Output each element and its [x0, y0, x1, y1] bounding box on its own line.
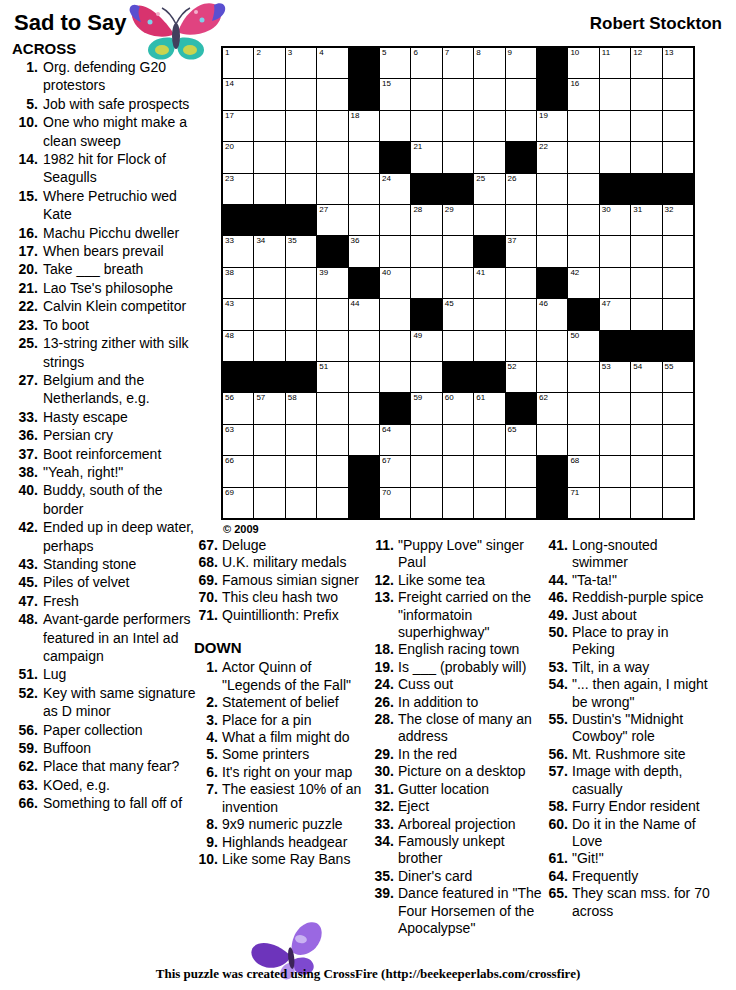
grid-cell[interactable]: 3: [286, 48, 316, 78]
cell-number: 65: [508, 425, 517, 435]
grid-cell[interactable]: [380, 362, 410, 392]
across-clue-item: 33.Hasty escape: [8, 408, 196, 426]
cell-number: 9: [508, 48, 512, 58]
grid-cell[interactable]: 30: [600, 205, 630, 235]
grid-cell[interactable]: 37: [506, 236, 536, 266]
grid-cell[interactable]: 61: [474, 393, 504, 423]
grid-cell[interactable]: [443, 456, 473, 486]
grid-cell[interactable]: [663, 79, 693, 109]
grid-cell[interactable]: [317, 331, 347, 361]
grid-cell[interactable]: [443, 331, 473, 361]
grid-cell[interactable]: 24: [380, 174, 410, 204]
black-cell: [223, 205, 253, 235]
grid-cell[interactable]: 2: [254, 48, 284, 78]
grid-cell[interactable]: 41: [474, 268, 504, 298]
black-cell: [380, 142, 410, 172]
grid-cell[interactable]: [506, 111, 536, 141]
grid-cell[interactable]: [286, 488, 316, 518]
grid-cell[interactable]: 51: [317, 362, 347, 392]
cell-number: 4: [319, 48, 323, 58]
grid-cell[interactable]: [254, 268, 284, 298]
down-clue-item: 65.They scan mss. for 70 across: [542, 885, 710, 920]
across-clue-item: 59.Buffoon: [8, 739, 196, 757]
grid-cell[interactable]: [631, 236, 661, 266]
black-cell: [286, 205, 316, 235]
grid-cell[interactable]: 9: [506, 48, 536, 78]
clue-number: 17.: [8, 242, 43, 260]
down-clue-item: 24.Cuss out: [368, 676, 542, 693]
grid-cell[interactable]: [474, 79, 504, 109]
grid-cell[interactable]: [631, 393, 661, 423]
clue-text: Frequently: [572, 868, 710, 885]
grid-cell[interactable]: [506, 456, 536, 486]
grid-cell[interactable]: [631, 456, 661, 486]
grid-cell[interactable]: 33: [223, 236, 253, 266]
clue-number: 3.: [192, 712, 222, 729]
down-clue-item: 10.Like some Ray Bans: [192, 851, 368, 868]
grid-cell[interactable]: [568, 205, 598, 235]
grid-cell[interactable]: [443, 236, 473, 266]
grid-cell[interactable]: [317, 174, 347, 204]
clue-number: 37.: [8, 445, 43, 463]
grid-cell[interactable]: [600, 111, 630, 141]
cell-number: 18: [351, 111, 360, 121]
clue-number: 7.: [192, 781, 222, 798]
cell-number: 31: [633, 205, 642, 215]
grid-cell[interactable]: 16: [568, 79, 598, 109]
grid-cell[interactable]: [411, 111, 441, 141]
crossword-grid[interactable]: 1234567891011121314151617181920212223242…: [221, 46, 695, 520]
cell-number: 26: [508, 174, 517, 184]
grid-cell[interactable]: 23: [223, 174, 253, 204]
grid-cell[interactable]: 45: [443, 299, 473, 329]
grid-cell[interactable]: 10: [568, 48, 598, 78]
grid-cell[interactable]: 12: [631, 48, 661, 78]
across-clue-item: 5.Job with safe prospects: [8, 95, 196, 113]
grid-cell[interactable]: 39: [317, 268, 347, 298]
grid-cell[interactable]: [537, 362, 567, 392]
cell-number: 7: [445, 48, 449, 58]
clue-text: KOed, e.g.: [43, 776, 196, 794]
clue-text: Machu Picchu dweller: [43, 224, 196, 242]
clue-text: Eject: [398, 798, 542, 815]
across-clue-item: 45.Piles of velvet: [8, 573, 196, 591]
cell-number: 20: [225, 142, 234, 152]
clue-text: 1982 hit for Flock of Seagulls: [43, 150, 196, 187]
black-cell: [537, 488, 567, 518]
grid-cell[interactable]: [663, 488, 693, 518]
grid-cell[interactable]: 65: [506, 425, 536, 455]
grid-cell[interactable]: [537, 425, 567, 455]
grid-cell[interactable]: 46: [537, 299, 567, 329]
grid-cell[interactable]: 70: [380, 488, 410, 518]
cell-number: 1: [225, 48, 229, 58]
across-clue-item: 48.Avant-garde performers featured in an…: [8, 610, 196, 665]
grid-cell[interactable]: [663, 236, 693, 266]
grid-cell[interactable]: 63: [223, 425, 253, 455]
down-clue-item: 9.Highlands headgear: [192, 834, 368, 851]
cell-number: 53: [602, 362, 611, 372]
grid-cell[interactable]: [474, 205, 504, 235]
grid-cell[interactable]: [568, 174, 598, 204]
clue-number: 1.: [192, 659, 222, 676]
grid-cell[interactable]: [443, 111, 473, 141]
grid-cell[interactable]: 25: [474, 174, 504, 204]
grid-cell[interactable]: [286, 456, 316, 486]
clue-number: 68.: [192, 554, 222, 571]
black-cell: [631, 331, 661, 361]
down-clue-item: 41.Long-snouted swimmer: [542, 537, 710, 572]
grid-cell[interactable]: [411, 488, 441, 518]
grid-cell[interactable]: [568, 111, 598, 141]
grid-cell[interactable]: [254, 111, 284, 141]
grid-cell[interactable]: 20: [223, 142, 253, 172]
grid-cell[interactable]: [663, 111, 693, 141]
grid-cell[interactable]: 17: [223, 111, 253, 141]
grid-cell[interactable]: 38: [223, 268, 253, 298]
across-clue-item: 10.One who might make a clean sweep: [8, 113, 196, 150]
grid-cell[interactable]: 32: [663, 205, 693, 235]
grid-cell[interactable]: 13: [663, 48, 693, 78]
clue-number: 6.: [192, 764, 222, 781]
clue-number: 48.: [8, 610, 43, 628]
grid-cell[interactable]: 31: [631, 205, 661, 235]
clue-number: 65.: [542, 885, 572, 902]
grid-cell[interactable]: [286, 79, 316, 109]
grid-cell[interactable]: [568, 362, 598, 392]
grid-cell[interactable]: 43: [223, 299, 253, 329]
grid-cell[interactable]: [663, 425, 693, 455]
grid-cell[interactable]: 4: [317, 48, 347, 78]
grid-cell[interactable]: [631, 79, 661, 109]
grid-cell[interactable]: [254, 425, 284, 455]
grid-cell[interactable]: [600, 142, 630, 172]
down-clue-list-continued-2: 41.Long-snouted swimmer44."Ta-ta!"46.Red…: [542, 537, 710, 920]
grid-cell[interactable]: 6: [411, 48, 441, 78]
grid-cell[interactable]: 58: [286, 393, 316, 423]
cell-number: 68: [570, 456, 579, 466]
grid-cell[interactable]: 49: [411, 331, 441, 361]
grid-cell[interactable]: 8: [474, 48, 504, 78]
grid-cell[interactable]: [317, 142, 347, 172]
black-cell: [537, 48, 567, 78]
grid-cell[interactable]: [474, 456, 504, 486]
clue-number: 45.: [8, 573, 43, 591]
clue-text: "Yeah, right!": [43, 463, 196, 481]
grid-cell[interactable]: [443, 142, 473, 172]
grid-cell[interactable]: [349, 331, 379, 361]
grid-cell[interactable]: [506, 205, 536, 235]
grid-cell[interactable]: [568, 142, 598, 172]
grid-cell[interactable]: [317, 393, 347, 423]
grid-cell[interactable]: [600, 488, 630, 518]
clue-number: 54.: [542, 676, 572, 693]
clue-number: 2.: [192, 694, 222, 711]
clue-number: 56.: [542, 746, 572, 763]
grid-cell[interactable]: 27: [317, 205, 347, 235]
clue-number: 24.: [368, 676, 398, 693]
grid-cell[interactable]: [537, 205, 567, 235]
grid-cell[interactable]: [411, 362, 441, 392]
grid-cell[interactable]: [443, 488, 473, 518]
down-clue-item: 1.Actor Quinn of "Legends of the Fall": [192, 659, 368, 694]
grid-cell[interactable]: 44: [349, 299, 379, 329]
grid-cell[interactable]: [600, 456, 630, 486]
down-clue-item: 6.It's right on your map: [192, 764, 368, 781]
down-clue-list-continued: 11."Puppy Love" singer Paul12.Like some …: [368, 537, 542, 937]
grid-cell[interactable]: [411, 456, 441, 486]
grid-cell[interactable]: [411, 236, 441, 266]
grid-cell[interactable]: 52: [506, 362, 536, 392]
grid-cell[interactable]: 18: [349, 111, 379, 141]
clue-number: 35.: [368, 868, 398, 885]
grid-cell[interactable]: [380, 111, 410, 141]
grid-cell[interactable]: [631, 488, 661, 518]
cell-number: 51: [319, 362, 328, 372]
clue-text: "Ta-ta!": [572, 572, 710, 589]
clue-text: Place that many fear?: [43, 757, 196, 775]
clue-number: 52.: [8, 684, 43, 702]
grid-cell[interactable]: 26: [506, 174, 536, 204]
grid-cell[interactable]: [349, 425, 379, 455]
grid-cell[interactable]: [286, 425, 316, 455]
clue-text: This cleu hash two: [222, 589, 368, 606]
grid-cell[interactable]: [600, 268, 630, 298]
grid-cell[interactable]: [568, 425, 598, 455]
grid-cell[interactable]: [474, 299, 504, 329]
grid-cell[interactable]: [254, 299, 284, 329]
black-cell: [474, 362, 504, 392]
grid-cell[interactable]: [663, 268, 693, 298]
grid-cell[interactable]: [474, 488, 504, 518]
clue-text: To boot: [43, 316, 196, 334]
grid-cell[interactable]: [537, 331, 567, 361]
grid-cell[interactable]: 55: [663, 362, 693, 392]
cell-number: 35: [288, 236, 297, 246]
grid-cell[interactable]: 34: [254, 236, 284, 266]
grid-cell[interactable]: [254, 488, 284, 518]
down-clue-item: 58.Furry Endor resident: [542, 798, 710, 815]
grid-cell[interactable]: 50: [568, 331, 598, 361]
grid-cell[interactable]: [443, 425, 473, 455]
grid-cell[interactable]: [286, 268, 316, 298]
grid-cell[interactable]: [349, 362, 379, 392]
clue-text: Lug: [43, 665, 196, 683]
grid-cell[interactable]: [663, 456, 693, 486]
grid-cell[interactable]: [568, 236, 598, 266]
grid-cell[interactable]: [506, 331, 536, 361]
black-cell: [443, 174, 473, 204]
grid-cell[interactable]: [254, 174, 284, 204]
grid-cell[interactable]: 71: [568, 488, 598, 518]
grid-cell[interactable]: 7: [443, 48, 473, 78]
clue-text: Some printers: [222, 746, 368, 763]
grid-cell[interactable]: [568, 393, 598, 423]
grid-cell[interactable]: [254, 456, 284, 486]
clue-text: Dustin's "Midnight Cowboy" role: [572, 711, 710, 746]
clue-text: Avant-garde performers featured in an In…: [43, 610, 196, 665]
grid-cell[interactable]: 5: [380, 48, 410, 78]
clue-number: 18.: [368, 641, 398, 658]
grid-cell[interactable]: [663, 299, 693, 329]
grid-cell[interactable]: [317, 299, 347, 329]
across-clue-item: 67.Deluge: [192, 537, 368, 554]
cell-number: 25: [476, 174, 485, 184]
grid-cell[interactable]: [317, 425, 347, 455]
grid-cell[interactable]: [317, 79, 347, 109]
grid-cell[interactable]: 59: [411, 393, 441, 423]
grid-cell[interactable]: [631, 299, 661, 329]
grid-cell[interactable]: [254, 331, 284, 361]
grid-cell[interactable]: 14: [223, 79, 253, 109]
grid-cell[interactable]: [349, 142, 379, 172]
grid-cell[interactable]: [631, 111, 661, 141]
grid-cell[interactable]: 68: [568, 456, 598, 486]
grid-cell[interactable]: [631, 142, 661, 172]
grid-cell[interactable]: [506, 79, 536, 109]
grid-cell[interactable]: 53: [600, 362, 630, 392]
cell-number: 19: [539, 111, 548, 121]
grid-cell[interactable]: [317, 111, 347, 141]
grid-cell[interactable]: [349, 393, 379, 423]
grid-cell[interactable]: [506, 299, 536, 329]
grid-cell[interactable]: [349, 174, 379, 204]
grid-cell[interactable]: [411, 79, 441, 109]
cell-number: 55: [665, 362, 674, 372]
grid-cell[interactable]: [474, 425, 504, 455]
down-clue-item: 34.Famously unkept brother: [368, 833, 542, 868]
across-clue-item: 42.Ended up in deep water, perhaps: [8, 518, 196, 555]
grid-cell[interactable]: [600, 393, 630, 423]
grid-cell[interactable]: [411, 425, 441, 455]
grid-cell[interactable]: [317, 488, 347, 518]
clue-number: 47.: [8, 592, 43, 610]
grid-cell[interactable]: 64: [380, 425, 410, 455]
black-cell: [663, 174, 693, 204]
grid-cell[interactable]: 67: [380, 456, 410, 486]
clue-text: Image with depth, casually: [572, 763, 710, 798]
butterfly-icon: [126, 0, 228, 64]
clue-text: U.K. military medals: [222, 554, 368, 571]
cell-number: 64: [382, 425, 391, 435]
grid-cell[interactable]: 57: [254, 393, 284, 423]
clue-text: Furry Endor resident: [572, 798, 710, 815]
black-cell: [474, 236, 504, 266]
grid-cell[interactable]: [506, 268, 536, 298]
grid-cell[interactable]: 62: [537, 393, 567, 423]
grid-cell[interactable]: 29: [443, 205, 473, 235]
clue-text: Persian cry: [43, 426, 196, 444]
clue-text: Arboreal projection: [398, 816, 542, 833]
grid-cell[interactable]: [286, 299, 316, 329]
grid-cell[interactable]: 35: [286, 236, 316, 266]
clue-number: 53.: [542, 659, 572, 676]
grid-cell[interactable]: 36: [349, 236, 379, 266]
clue-text: Tilt, in a way: [572, 659, 710, 676]
grid-cell[interactable]: [663, 142, 693, 172]
grid-cell[interactable]: [474, 331, 504, 361]
grid-cell[interactable]: [317, 456, 347, 486]
grid-cell[interactable]: 56: [223, 393, 253, 423]
grid-cell[interactable]: [380, 331, 410, 361]
clue-number: 5.: [8, 95, 43, 113]
grid-cell[interactable]: [631, 425, 661, 455]
cell-number: 23: [225, 174, 234, 184]
grid-cell[interactable]: [600, 236, 630, 266]
grid-cell[interactable]: 19: [537, 111, 567, 141]
grid-cell[interactable]: [286, 331, 316, 361]
grid-cell[interactable]: 11: [600, 48, 630, 78]
grid-cell[interactable]: [254, 79, 284, 109]
grid-cell[interactable]: 60: [443, 393, 473, 423]
grid-cell[interactable]: 48: [223, 331, 253, 361]
black-cell: [349, 268, 379, 298]
grid-cell[interactable]: [631, 268, 661, 298]
black-cell: [349, 456, 379, 486]
grid-cell[interactable]: [411, 268, 441, 298]
clue-text: Famously unkept brother: [398, 833, 542, 868]
down-clue-item: 53.Tilt, in a way: [542, 659, 710, 676]
grid-cell[interactable]: 28: [411, 205, 441, 235]
grid-cell[interactable]: 21: [411, 142, 441, 172]
cell-number: 15: [382, 79, 391, 89]
black-cell: [254, 362, 284, 392]
grid-cell[interactable]: 42: [568, 268, 598, 298]
cell-number: 10: [570, 48, 579, 58]
grid-cell[interactable]: [380, 236, 410, 266]
grid-cell[interactable]: [506, 488, 536, 518]
grid-cell[interactable]: [380, 299, 410, 329]
grid-cell[interactable]: [537, 236, 567, 266]
clue-number: 4.: [192, 729, 222, 746]
grid-cell[interactable]: [443, 268, 473, 298]
cell-number: 3: [288, 48, 292, 58]
grid-cell[interactable]: [286, 142, 316, 172]
clue-number: 71.: [192, 607, 222, 624]
grid-cell[interactable]: [286, 174, 316, 204]
grid-cell[interactable]: [443, 79, 473, 109]
grid-cell[interactable]: 22: [537, 142, 567, 172]
grid-cell[interactable]: [380, 205, 410, 235]
grid-cell[interactable]: [474, 142, 504, 172]
grid-cell[interactable]: 54: [631, 362, 661, 392]
grid-cell[interactable]: [663, 393, 693, 423]
grid-cell[interactable]: 69: [223, 488, 253, 518]
clue-text: One who might make a clean sweep: [43, 113, 196, 150]
across-clue-item: 36.Persian cry: [8, 426, 196, 444]
grid-cell[interactable]: [600, 425, 630, 455]
clue-text: Gutter location: [398, 781, 542, 798]
clue-text: Highlands headgear: [222, 834, 368, 851]
grid-cell[interactable]: 15: [380, 79, 410, 109]
cell-number: 42: [570, 268, 579, 278]
clue-text: Ended up in deep water, perhaps: [43, 518, 196, 555]
clue-number: 8.: [192, 816, 222, 833]
grid-cell[interactable]: [254, 142, 284, 172]
grid-cell[interactable]: 1: [223, 48, 253, 78]
grid-cell[interactable]: 66: [223, 456, 253, 486]
cell-number: 58: [288, 393, 297, 403]
grid-cell[interactable]: 47: [600, 299, 630, 329]
grid-cell[interactable]: [537, 174, 567, 204]
grid-cell[interactable]: 40: [380, 268, 410, 298]
grid-cell[interactable]: [474, 111, 504, 141]
across-clue-item: 23.To boot: [8, 316, 196, 334]
grid-cell[interactable]: [600, 79, 630, 109]
grid-cell[interactable]: [349, 205, 379, 235]
clue-number: 25.: [8, 334, 43, 352]
grid-cell[interactable]: [286, 111, 316, 141]
